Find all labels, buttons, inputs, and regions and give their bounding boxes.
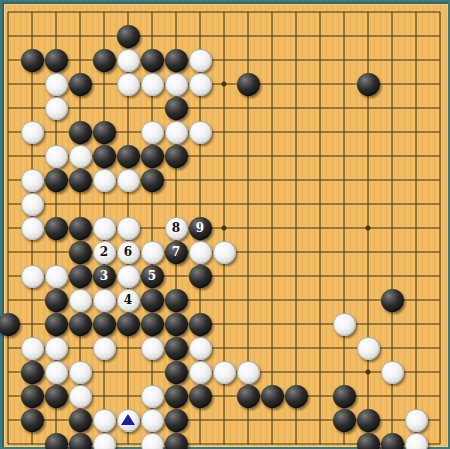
black-stone[interactable]	[141, 49, 164, 72]
black-stone[interactable]	[45, 49, 68, 72]
white-stone[interactable]: 2	[93, 241, 116, 264]
white-stone[interactable]	[405, 409, 428, 432]
black-stone[interactable]	[117, 25, 140, 48]
black-stone[interactable]	[165, 289, 188, 312]
white-stone[interactable]	[45, 337, 68, 360]
white-stone[interactable]	[141, 385, 164, 408]
white-stone[interactable]: 8	[165, 217, 188, 240]
white-stone[interactable]	[69, 361, 92, 384]
white-stone[interactable]	[69, 145, 92, 168]
black-stone[interactable]	[69, 121, 92, 144]
white-stone[interactable]	[333, 313, 356, 336]
black-stone[interactable]	[165, 49, 188, 72]
black-stone[interactable]	[357, 73, 380, 96]
white-stone[interactable]	[45, 73, 68, 96]
white-stone[interactable]	[21, 169, 44, 192]
white-stone[interactable]	[69, 289, 92, 312]
black-stone[interactable]: 5	[141, 265, 164, 288]
black-stone[interactable]	[237, 385, 260, 408]
black-stone[interactable]	[261, 385, 284, 408]
black-stone[interactable]	[189, 385, 212, 408]
black-stone[interactable]	[69, 313, 92, 336]
white-stone[interactable]	[93, 289, 116, 312]
white-stone[interactable]	[93, 337, 116, 360]
black-stone[interactable]	[45, 385, 68, 408]
black-stone[interactable]: 7	[165, 241, 188, 264]
black-stone[interactable]	[69, 265, 92, 288]
white-stone[interactable]	[189, 241, 212, 264]
white-stone[interactable]	[189, 337, 212, 360]
black-stone[interactable]	[93, 49, 116, 72]
white-stone[interactable]	[117, 409, 140, 432]
black-stone[interactable]	[45, 289, 68, 312]
black-stone[interactable]	[21, 385, 44, 408]
white-stone[interactable]	[165, 121, 188, 144]
white-stone[interactable]	[141, 337, 164, 360]
black-stone[interactable]	[165, 361, 188, 384]
black-stone[interactable]	[93, 121, 116, 144]
black-stone[interactable]	[45, 433, 68, 449]
black-stone[interactable]	[381, 433, 404, 449]
white-stone[interactable]	[117, 73, 140, 96]
black-stone[interactable]	[21, 409, 44, 432]
white-stone[interactable]	[141, 241, 164, 264]
black-stone[interactable]	[141, 145, 164, 168]
white-stone[interactable]	[93, 433, 116, 449]
move-number-label: 2	[100, 246, 108, 258]
white-stone[interactable]	[117, 265, 140, 288]
white-stone[interactable]	[141, 73, 164, 96]
white-stone[interactable]	[405, 433, 428, 449]
black-stone[interactable]	[0, 313, 20, 336]
black-stone[interactable]: 3	[93, 265, 116, 288]
white-stone[interactable]	[21, 121, 44, 144]
black-stone[interactable]	[117, 145, 140, 168]
white-stone[interactable]	[117, 49, 140, 72]
black-stone[interactable]	[165, 313, 188, 336]
black-stone[interactable]	[165, 433, 188, 449]
move-number-label: 3	[100, 270, 108, 282]
white-stone[interactable]	[117, 169, 140, 192]
white-stone[interactable]	[21, 193, 44, 216]
white-stone[interactable]	[213, 241, 236, 264]
white-stone[interactable]	[93, 217, 116, 240]
white-stone[interactable]	[189, 49, 212, 72]
white-stone[interactable]	[21, 265, 44, 288]
black-stone[interactable]	[237, 73, 260, 96]
black-stone[interactable]	[45, 217, 68, 240]
black-stone[interactable]	[189, 265, 212, 288]
move-number-label: 6	[124, 246, 132, 258]
white-stone[interactable]	[45, 265, 68, 288]
white-stone[interactable]	[69, 385, 92, 408]
white-stone[interactable]	[45, 361, 68, 384]
black-stone[interactable]	[69, 73, 92, 96]
move-number-label: 5	[148, 270, 156, 282]
black-stone[interactable]	[69, 433, 92, 449]
white-stone[interactable]	[165, 73, 188, 96]
black-stone[interactable]	[69, 241, 92, 264]
white-stone[interactable]	[357, 337, 380, 360]
white-stone[interactable]	[21, 337, 44, 360]
white-stone[interactable]	[141, 409, 164, 432]
black-stone[interactable]	[69, 217, 92, 240]
black-stone[interactable]	[333, 409, 356, 432]
black-stone[interactable]: 9	[189, 217, 212, 240]
black-stone[interactable]	[117, 313, 140, 336]
white-stone[interactable]	[45, 97, 68, 120]
black-stone[interactable]	[141, 169, 164, 192]
black-stone[interactable]	[21, 361, 44, 384]
black-stone[interactable]	[93, 313, 116, 336]
white-stone[interactable]	[237, 361, 260, 384]
black-stone[interactable]	[381, 289, 404, 312]
black-stone[interactable]	[21, 49, 44, 72]
white-stone[interactable]	[141, 433, 164, 449]
move-number-label: 7	[172, 246, 180, 258]
white-stone[interactable]	[213, 361, 236, 384]
black-stone[interactable]	[165, 145, 188, 168]
black-stone[interactable]	[45, 313, 68, 336]
white-stone[interactable]	[381, 361, 404, 384]
black-stone[interactable]	[69, 169, 92, 192]
black-stone[interactable]	[45, 169, 68, 192]
black-stone[interactable]	[141, 289, 164, 312]
black-stone[interactable]	[165, 337, 188, 360]
black-stone[interactable]	[69, 409, 92, 432]
black-stone[interactable]	[141, 313, 164, 336]
white-stone[interactable]	[93, 169, 116, 192]
white-stone[interactable]	[189, 121, 212, 144]
triangle-marker-icon	[121, 414, 135, 425]
black-stone[interactable]	[165, 385, 188, 408]
black-stone[interactable]	[357, 433, 380, 449]
white-stone[interactable]	[141, 121, 164, 144]
move-number-label: 4	[124, 294, 132, 306]
go-app-window: 89267354	[0, 0, 450, 449]
black-stone[interactable]	[165, 97, 188, 120]
black-stone[interactable]	[333, 385, 356, 408]
white-stone[interactable]	[189, 361, 212, 384]
white-stone[interactable]: 6	[117, 241, 140, 264]
white-stone[interactable]: 4	[117, 289, 140, 312]
white-stone[interactable]	[93, 409, 116, 432]
black-stone[interactable]	[189, 313, 212, 336]
black-stone[interactable]	[165, 409, 188, 432]
move-number-label: 8	[172, 222, 180, 234]
white-stone[interactable]	[117, 217, 140, 240]
white-stone[interactable]	[189, 73, 212, 96]
white-stone[interactable]	[21, 217, 44, 240]
white-stone[interactable]	[45, 145, 68, 168]
black-stone[interactable]	[357, 409, 380, 432]
move-number-label: 9	[196, 222, 204, 234]
black-stone[interactable]	[285, 385, 308, 408]
black-stone[interactable]	[93, 145, 116, 168]
